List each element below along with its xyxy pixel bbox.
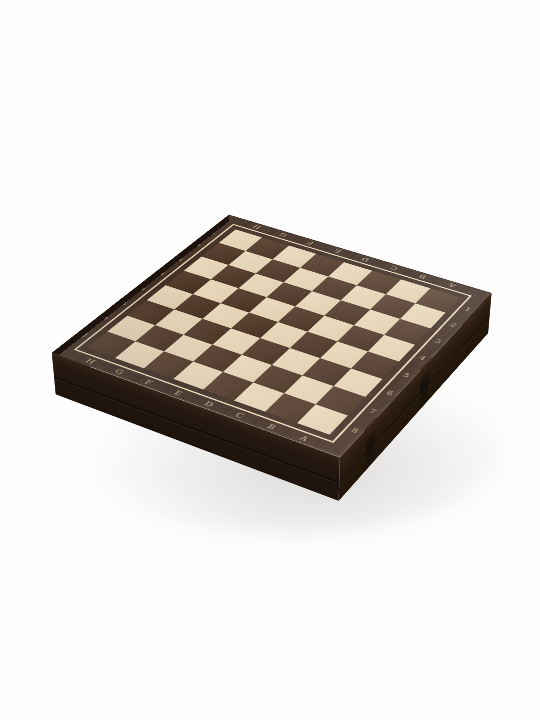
square-c8 [234,382,284,411]
square-e6 [212,328,260,354]
square-b8 [265,393,315,423]
board-top: HGFEDCBA HGFEDCBA 12345678 12345678 [52,215,491,457]
square-b7 [284,375,333,404]
square-a4 [368,335,415,362]
square-a3 [384,319,430,345]
square-a7 [316,386,366,415]
square-f7 [164,335,212,362]
square-h8 [87,332,136,359]
chess-board-box: HGFEDCBA HGFEDCBA 12345678 12345678 [52,215,491,457]
square-b6 [302,358,351,386]
square-g8 [115,341,164,368]
square-b5 [320,341,368,368]
square-f8 [144,351,193,379]
scene: HGFEDCBA HGFEDCBA 12345678 12345678 [0,0,540,720]
square-d5 [260,322,307,348]
square-d6 [242,338,290,365]
square-d7 [223,355,272,383]
square-a8 [297,404,348,434]
square-e7 [193,345,242,372]
square-g7 [135,325,183,351]
square-c5 [290,332,337,359]
latch-groove [365,418,376,472]
square-a6 [334,368,383,396]
square-c7 [253,365,302,393]
square-d8 [203,372,253,401]
square-f6 [184,319,232,345]
square-b4 [337,325,384,351]
square-e8 [173,362,223,390]
square-a5 [351,351,399,379]
product-photo: HGFEDCBA HGFEDCBA 12345678 12345678 [0,0,540,720]
square-c6 [272,348,320,375]
